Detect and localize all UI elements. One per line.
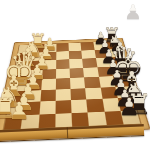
- square-r5-c5: [70, 77, 85, 88]
- square-r7-c5: [71, 99, 88, 112]
- square-r5-c8: [113, 76, 130, 87]
- board-wooden-frame: [0, 38, 150, 137]
- box-hinge-seam: [67, 127, 68, 138]
- square-r8-c5: [72, 112, 90, 127]
- square-r5-c3: [41, 79, 56, 90]
- square-r8-c8: [120, 110, 140, 124]
- square-r6-c3: [40, 89, 56, 101]
- board-squares-grid: [4, 41, 140, 130]
- square-r7-c8: [118, 97, 137, 110]
- square-r6-c8: [115, 86, 133, 98]
- chess-board: [0, 38, 150, 137]
- square-r7-c4: [55, 100, 71, 113]
- square-r6-c1: [9, 91, 26, 103]
- square-r5-c1: [11, 80, 27, 91]
- square-r8-c2: [21, 114, 39, 129]
- square-r6-c5: [70, 88, 86, 100]
- square-r7-c2: [23, 101, 40, 114]
- square-r8-c3: [38, 113, 55, 128]
- square-r6-c4: [55, 89, 71, 101]
- square-r6-c2: [24, 90, 40, 102]
- square-r5-c4: [56, 78, 71, 89]
- square-r7-c3: [39, 101, 55, 114]
- square-r5-c2: [26, 79, 42, 90]
- square-r7-c1: [7, 102, 25, 115]
- square-r8-c1: [4, 115, 23, 130]
- chess-set-photo: ♜♜♞♞♝♝♛♛♚♚♝♝♞♞♜♜♟♟♟♟♟♟♟♟♟♟♟♟♟♟♟♟♟♟♟♟♟♟♟♟…: [0, 0, 150, 150]
- square-r8-c4: [55, 113, 72, 128]
